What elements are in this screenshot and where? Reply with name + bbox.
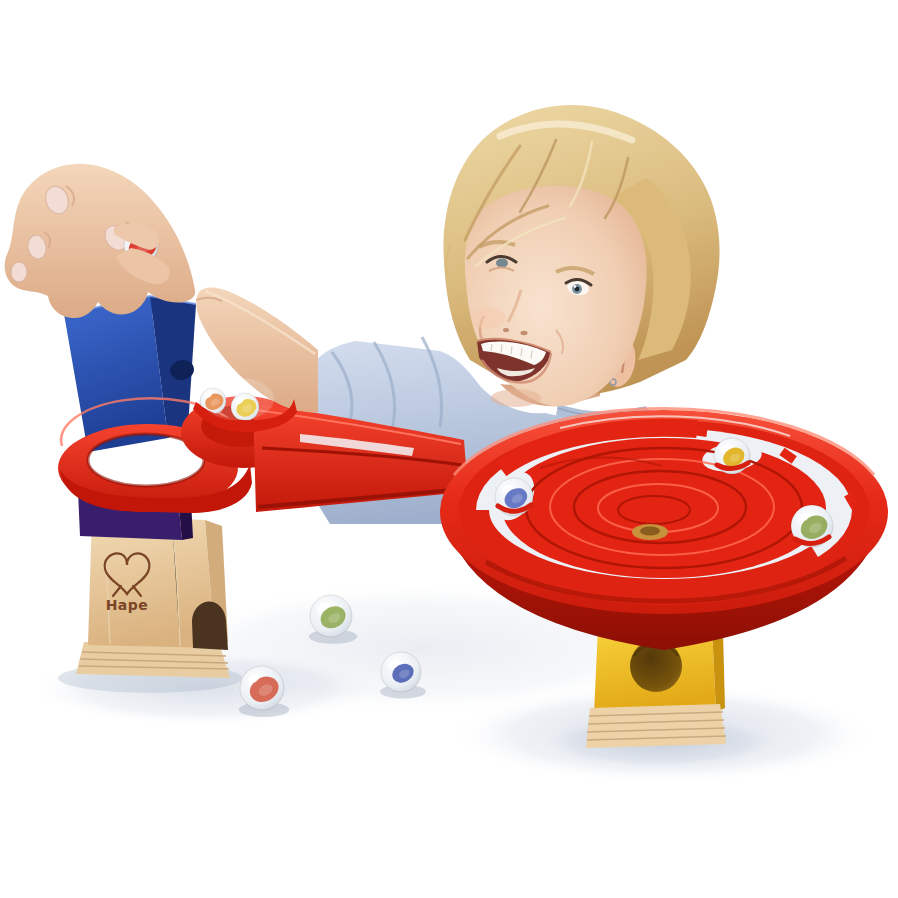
scene-illustration: Hape bbox=[0, 0, 898, 898]
cheek-blush bbox=[471, 307, 505, 329]
launch-bubble-glass bbox=[202, 378, 274, 420]
child-head bbox=[443, 105, 719, 407]
yellow-wood-base bbox=[586, 704, 726, 748]
hape-logo-text: Hape bbox=[106, 597, 149, 613]
chin-shadow bbox=[491, 389, 541, 407]
center-hole-dark bbox=[640, 527, 660, 536]
photo-canvas: Laughing blond toddler in a light blue t… bbox=[0, 0, 898, 898]
nail-pinky bbox=[11, 262, 27, 282]
